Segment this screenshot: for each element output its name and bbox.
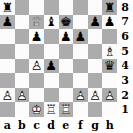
- square-f2[interactable]: ♟♙: [73, 88, 88, 103]
- square-h2[interactable]: ♟♙: [102, 88, 117, 103]
- black-bishop-icon: ♝: [44, 15, 59, 30]
- square-d3[interactable]: [44, 73, 59, 88]
- square-g6[interactable]: [88, 29, 103, 44]
- square-e3[interactable]: [59, 73, 74, 88]
- white-pawn-fill: ♟: [73, 88, 88, 103]
- square-c5[interactable]: [29, 44, 44, 59]
- square-e8[interactable]: [59, 0, 74, 15]
- rank-label-3: 3: [117, 73, 133, 88]
- square-f8[interactable]: [73, 0, 88, 15]
- square-d6[interactable]: [44, 29, 59, 44]
- square-e7[interactable]: ♚: [59, 15, 74, 30]
- square-c2[interactable]: [29, 88, 44, 103]
- square-f4[interactable]: [73, 59, 88, 74]
- white-king-fill: ♚: [29, 102, 44, 117]
- black-pawn-icon: ♟: [88, 15, 103, 30]
- square-a5[interactable]: [0, 44, 15, 59]
- square-f6[interactable]: ♟: [73, 29, 88, 44]
- square-c8[interactable]: [29, 0, 44, 15]
- black-pawn-icon: ♟: [44, 59, 59, 74]
- square-c7[interactable]: ♛♕: [29, 15, 44, 30]
- file-label-f: f: [73, 117, 88, 133]
- square-h8[interactable]: ♜: [102, 0, 117, 15]
- square-h3[interactable]: [102, 73, 117, 88]
- square-e5[interactable]: [59, 44, 74, 59]
- square-h1[interactable]: [102, 102, 117, 117]
- square-e2[interactable]: [59, 88, 74, 103]
- square-g4[interactable]: [88, 59, 103, 74]
- chess-board: ♜♜♟♛♕♝♚♟♟♟♟♟♝♗♟♙♟♛♟♙♟♙♟♙♟♙♟♙♚♔♜♖♜♖: [0, 0, 117, 117]
- square-d2[interactable]: [44, 88, 59, 103]
- square-a7[interactable]: ♟: [0, 15, 15, 30]
- file-label-e: e: [59, 117, 74, 133]
- square-d4[interactable]: ♟: [44, 59, 59, 74]
- square-h6[interactable]: [102, 29, 117, 44]
- square-e1[interactable]: ♜♖: [59, 102, 74, 117]
- black-pawn-icon: ♟: [29, 29, 44, 44]
- white-pawn-icon: ♙: [0, 88, 15, 103]
- black-pawn-icon: ♟: [0, 15, 15, 30]
- square-h4[interactable]: ♛: [102, 59, 117, 74]
- white-pawn-fill: ♟: [88, 88, 103, 103]
- file-labels: abcdefgh: [0, 117, 117, 133]
- chess-diagram: ♜♜♟♛♕♝♚♟♟♟♟♟♝♗♟♙♟♛♟♙♟♙♟♙♟♙♟♙♚♔♜♖♜♖ 87654…: [0, 0, 133, 133]
- square-d5[interactable]: [44, 44, 59, 59]
- square-b1[interactable]: [15, 102, 30, 117]
- rank-label-7: 7: [117, 15, 133, 30]
- white-bishop-fill: ♝: [102, 44, 117, 59]
- file-label-b: b: [15, 117, 30, 133]
- white-pawn-fill: ♟: [102, 88, 117, 103]
- square-h5[interactable]: ♝♗: [102, 44, 117, 59]
- square-b5[interactable]: [15, 44, 30, 59]
- black-pawn-icon: ♟: [73, 29, 88, 44]
- black-queen-icon: ♛: [102, 59, 117, 74]
- square-e4[interactable]: [59, 59, 74, 74]
- square-c6[interactable]: ♟: [29, 29, 44, 44]
- square-b6[interactable]: [15, 29, 30, 44]
- square-g2[interactable]: ♟♙: [88, 88, 103, 103]
- white-pawn-fill: ♟: [15, 88, 30, 103]
- square-b3[interactable]: [15, 73, 30, 88]
- rank-labels: 87654321: [117, 0, 133, 117]
- white-rook-icon: ♖: [44, 102, 59, 117]
- black-pawn-icon: ♟: [102, 15, 117, 30]
- white-queen-fill: ♛: [29, 15, 44, 30]
- file-label-g: g: [88, 117, 103, 133]
- square-a2[interactable]: ♟♙: [0, 88, 15, 103]
- square-a8[interactable]: ♜: [0, 0, 15, 15]
- black-king-icon: ♚: [59, 15, 74, 30]
- white-rook-fill: ♜: [59, 102, 74, 117]
- square-a1[interactable]: [0, 102, 15, 117]
- square-f5[interactable]: [73, 44, 88, 59]
- square-g5[interactable]: [88, 44, 103, 59]
- square-d8[interactable]: [44, 0, 59, 15]
- square-c3[interactable]: [29, 73, 44, 88]
- rank-label-1: 1: [117, 102, 133, 117]
- square-b8[interactable]: [15, 0, 30, 15]
- white-pawn-icon: ♙: [102, 88, 117, 103]
- black-rook-icon: ♜: [0, 0, 15, 15]
- square-g3[interactable]: [88, 73, 103, 88]
- white-rook-icon: ♖: [59, 102, 74, 117]
- square-f1[interactable]: [73, 102, 88, 117]
- white-pawn-fill: ♟: [29, 59, 44, 74]
- file-label-h: h: [102, 117, 117, 133]
- square-b2[interactable]: ♟♙: [15, 88, 30, 103]
- rank-label-4: 4: [117, 59, 133, 74]
- white-pawn-icon: ♙: [15, 88, 30, 103]
- square-d7[interactable]: ♝: [44, 15, 59, 30]
- file-label-d: d: [44, 117, 59, 133]
- file-label-c: c: [29, 117, 44, 133]
- square-g1[interactable]: [88, 102, 103, 117]
- black-rook-icon: ♜: [102, 0, 117, 15]
- square-c4[interactable]: ♟♙: [29, 59, 44, 74]
- square-g7[interactable]: ♟: [88, 15, 103, 30]
- square-h7[interactable]: ♟: [102, 15, 117, 30]
- white-queen-icon: ♕: [29, 15, 44, 30]
- rank-label-6: 6: [117, 29, 133, 44]
- square-b7[interactable]: [15, 15, 30, 30]
- white-king-icon: ♔: [29, 102, 44, 117]
- white-bishop-icon: ♗: [102, 44, 117, 59]
- square-a4[interactable]: [0, 59, 15, 74]
- square-g8[interactable]: [88, 0, 103, 15]
- black-pawn-icon: ♟: [59, 29, 74, 44]
- square-c1[interactable]: ♚♔: [29, 102, 44, 117]
- square-a6[interactable]: [0, 29, 15, 44]
- square-f7[interactable]: [73, 15, 88, 30]
- white-pawn-icon: ♙: [29, 59, 44, 74]
- white-pawn-icon: ♙: [73, 88, 88, 103]
- white-pawn-icon: ♙: [88, 88, 103, 103]
- file-label-a: a: [0, 117, 15, 133]
- square-e6[interactable]: ♟: [59, 29, 74, 44]
- square-b4[interactable]: [15, 59, 30, 74]
- square-d1[interactable]: ♜♖: [44, 102, 59, 117]
- rank-label-5: 5: [117, 44, 133, 59]
- square-a3[interactable]: [0, 73, 15, 88]
- white-rook-fill: ♜: [44, 102, 59, 117]
- white-pawn-fill: ♟: [0, 88, 15, 103]
- rank-label-8: 8: [117, 0, 133, 15]
- square-f3[interactable]: [73, 73, 88, 88]
- rank-label-2: 2: [117, 88, 133, 103]
